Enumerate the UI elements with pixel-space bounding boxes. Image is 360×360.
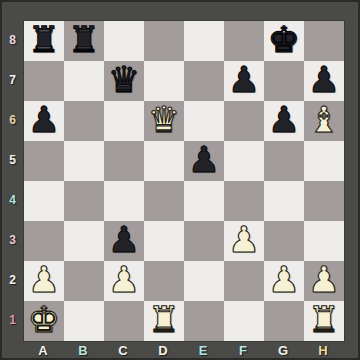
square-d2[interactable] [144,261,184,301]
black-pawn[interactable]: ♟ [268,102,300,138]
square-g2[interactable]: ♟ [264,261,304,301]
square-a8[interactable]: ♜ [24,21,64,61]
chess-board: ♜♜♚♛♟♟♟♛♟♝♟♟♟♟♟♟♟♚♜♜ [23,20,345,342]
black-rook[interactable]: ♜ [28,22,60,58]
rank-label-1: 1 [2,300,23,340]
square-b4[interactable] [64,181,104,221]
square-h1[interactable]: ♜ [304,301,344,341]
square-d5[interactable] [144,141,184,181]
square-e3[interactable] [184,221,224,261]
black-king[interactable]: ♚ [268,22,300,58]
white-pawn[interactable]: ♟ [268,262,300,298]
black-pawn[interactable]: ♟ [228,62,260,98]
rank-label-8: 8 [2,20,23,60]
square-f5[interactable] [224,141,264,181]
rank-label-2: 2 [2,260,23,300]
square-c1[interactable] [104,301,144,341]
file-label-d: D [143,342,183,359]
square-h7[interactable]: ♟ [304,61,344,101]
square-g8[interactable]: ♚ [264,21,304,61]
square-h3[interactable] [304,221,344,261]
square-e4[interactable] [184,181,224,221]
square-e8[interactable] [184,21,224,61]
white-bishop[interactable]: ♝ [308,102,340,138]
square-e2[interactable] [184,261,224,301]
square-a1[interactable]: ♚ [24,301,64,341]
rank-label-3: 3 [2,220,23,260]
square-a3[interactable] [24,221,64,261]
file-label-e: E [183,342,223,359]
white-rook[interactable]: ♜ [308,302,340,338]
square-f4[interactable] [224,181,264,221]
square-e7[interactable] [184,61,224,101]
square-b3[interactable] [64,221,104,261]
file-label-c: C [103,342,143,359]
rank-label-4: 4 [2,180,23,220]
rank-label-5: 5 [2,140,23,180]
square-c7[interactable]: ♛ [104,61,144,101]
square-f1[interactable] [224,301,264,341]
black-pawn[interactable]: ♟ [188,142,220,178]
white-rook[interactable]: ♜ [148,302,180,338]
black-pawn[interactable]: ♟ [308,62,340,98]
square-h5[interactable] [304,141,344,181]
square-c5[interactable] [104,141,144,181]
rank-label-7: 7 [2,60,23,100]
square-f3[interactable]: ♟ [224,221,264,261]
square-h8[interactable] [304,21,344,61]
square-b8[interactable]: ♜ [64,21,104,61]
square-g4[interactable] [264,181,304,221]
square-b6[interactable] [64,101,104,141]
square-b5[interactable] [64,141,104,181]
white-pawn[interactable]: ♟ [28,262,60,298]
square-b1[interactable] [64,301,104,341]
square-d1[interactable]: ♜ [144,301,184,341]
square-e1[interactable] [184,301,224,341]
square-g3[interactable] [264,221,304,261]
white-pawn[interactable]: ♟ [308,262,340,298]
square-a2[interactable]: ♟ [24,261,64,301]
chess-diagram: ♜♜♚♛♟♟♟♛♟♝♟♟♟♟♟♟♟♚♜♜ 87654321ABCDEFGH [0,0,360,360]
square-d8[interactable] [144,21,184,61]
square-d7[interactable] [144,61,184,101]
square-f6[interactable] [224,101,264,141]
square-b2[interactable] [64,261,104,301]
square-h4[interactable] [304,181,344,221]
square-c4[interactable] [104,181,144,221]
square-g6[interactable]: ♟ [264,101,304,141]
file-label-a: A [23,342,63,359]
black-pawn[interactable]: ♟ [108,222,140,258]
square-d6[interactable]: ♛ [144,101,184,141]
square-c3[interactable]: ♟ [104,221,144,261]
square-c2[interactable]: ♟ [104,261,144,301]
black-pawn[interactable]: ♟ [28,102,60,138]
file-label-f: F [223,342,263,359]
black-rook[interactable]: ♜ [68,22,100,58]
square-e6[interactable] [184,101,224,141]
square-f7[interactable]: ♟ [224,61,264,101]
file-label-h: H [303,342,343,359]
square-d4[interactable] [144,181,184,221]
white-pawn[interactable]: ♟ [228,222,260,258]
square-a5[interactable] [24,141,64,181]
square-c6[interactable] [104,101,144,141]
white-queen[interactable]: ♛ [148,102,180,138]
square-c8[interactable] [104,21,144,61]
square-f8[interactable] [224,21,264,61]
square-a4[interactable] [24,181,64,221]
white-pawn[interactable]: ♟ [108,262,140,298]
square-f2[interactable] [224,261,264,301]
white-king[interactable]: ♚ [28,302,60,338]
square-h2[interactable]: ♟ [304,261,344,301]
square-g1[interactable] [264,301,304,341]
square-d3[interactable] [144,221,184,261]
rank-label-6: 6 [2,100,23,140]
square-h6[interactable]: ♝ [304,101,344,141]
black-queen[interactable]: ♛ [108,62,140,98]
square-g5[interactable] [264,141,304,181]
file-label-g: G [263,342,303,359]
square-e5[interactable]: ♟ [184,141,224,181]
square-a6[interactable]: ♟ [24,101,64,141]
square-g7[interactable] [264,61,304,101]
square-b7[interactable] [64,61,104,101]
square-a7[interactable] [24,61,64,101]
file-label-b: B [63,342,103,359]
